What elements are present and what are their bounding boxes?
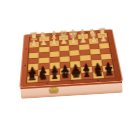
board-square: ♜ [103,71,115,78]
brass-clasp [50,88,58,93]
border-dot [86,32,88,33]
border-dot [25,49,27,50]
border-dot [71,81,73,82]
border-dot [111,43,113,44]
board-square: ♟ [38,69,49,76]
board-square [49,57,59,63]
border-dot [46,83,48,84]
board-square: ♚ [71,73,82,80]
board-grid: ♜♞♝♛♚♝♞♜♟♟♟♟♟♟♟♟♟♟♟♟♟♟♟♟♜♞♝♛♚♝♞♜ [27,33,115,83]
board-square: ♛ [60,74,71,81]
board-square: ♜ [27,76,38,83]
product-photo-chess-set: ♜♞♝♛♚♝♞♜♟♟♟♟♟♟♟♟♟♟♟♟♟♟♟♟♜♞♝♛♚♝♞♜ [0,0,140,140]
piece-white-knight: ♞ [39,31,49,42]
board-tilt-wrapper: ♜♞♝♛♚♝♞♜♟♟♟♟♟♟♟♟♟♟♟♟♟♟♟♟♜♞♝♛♚♝♞♜ [17,10,123,116]
board-square: ♝ [49,74,60,81]
border-dot [51,34,53,35]
board-front-edge [20,81,122,99]
border-dot [96,80,98,81]
piece-white-rook: ♜ [29,31,39,42]
border-dot [24,65,26,66]
piece-white-rook: ♜ [97,27,107,38]
board-square [99,43,110,49]
piece-white-queen: ♛ [58,30,68,41]
piece-white-king: ♚ [68,29,78,40]
chess-board: ♜♞♝♛♚♝♞♜♟♟♟♟♟♟♟♟♟♟♟♟♟♟♟♟♜♞♝♛♚♝♞♜ [20,30,122,87]
piece-white-bishop: ♝ [49,30,59,41]
board-square: ♞ [38,75,49,82]
border-dot [114,59,116,60]
board-square: ♝ [81,72,93,79]
piece-white-bishop: ♝ [78,28,88,39]
